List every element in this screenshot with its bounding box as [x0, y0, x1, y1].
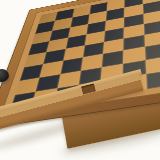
square-g1[interactable]: [146, 70, 160, 89]
photo-scene: [0, 0, 160, 160]
